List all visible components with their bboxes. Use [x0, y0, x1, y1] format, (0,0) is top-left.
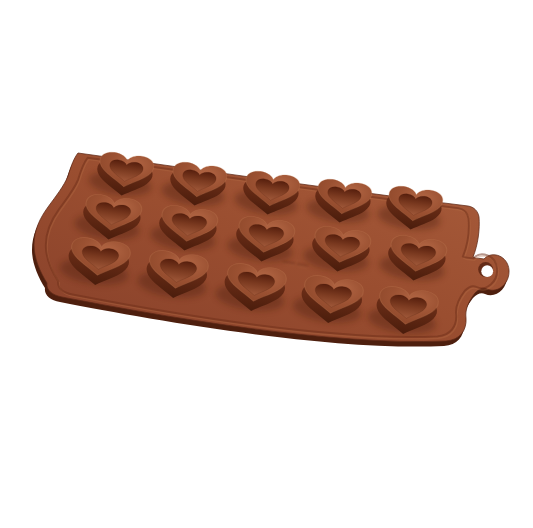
- product-photo: [0, 0, 533, 528]
- chocolate-mold-photo: [0, 0, 533, 528]
